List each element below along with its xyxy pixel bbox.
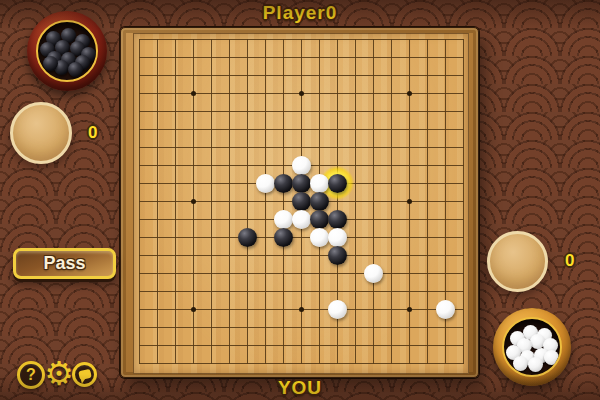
white-capture-lid [487,231,548,292]
star-point [407,199,412,204]
stone-black [292,174,311,193]
stone-white [256,174,275,193]
star-point [191,91,196,96]
pass-button[interactable]: Pass [13,248,116,279]
stone-white [364,264,383,283]
stone-black [310,210,329,229]
stone-black [328,246,347,265]
board-playfield [133,33,469,374]
tray-stone-white [513,356,528,371]
stone-black [328,210,347,229]
white-capture-count: 0 [565,251,574,271]
stone-white [274,210,293,229]
tray-stone-black [43,56,58,71]
black-tray-stones [36,20,98,82]
stone-black [274,228,293,247]
stone-black [328,174,347,193]
star-point [407,307,412,312]
stone-white [310,228,329,247]
white-tray-stones [502,317,562,377]
tray-stone-black [68,62,83,77]
stone-black [274,174,293,193]
star-point [191,199,196,204]
stone-white [436,300,455,319]
stone-white [328,228,347,247]
tray-stone-white [544,350,559,365]
stone-white [328,300,347,319]
white-stone-bowl [493,308,571,386]
black-capture-count: 0 [88,123,97,143]
stone-white [310,174,329,193]
stone-black [292,192,311,211]
board-grid[interactable] [139,39,464,364]
star-point [191,307,196,312]
go-board [120,27,479,378]
opponent-name-label: Player0 [0,2,600,24]
tray-stone-white [528,357,543,372]
stone-black [310,192,329,211]
black-capture-lid [10,102,72,164]
stone-white [292,210,311,229]
go-game-screen: Player0 YOU 0 0 Pass ? ⚙ [0,0,600,400]
stone-black [238,228,257,247]
star-point [407,91,412,96]
star-point [299,91,304,96]
player-name-label: YOU [0,377,600,399]
stone-white [292,156,311,175]
star-point [299,307,304,312]
